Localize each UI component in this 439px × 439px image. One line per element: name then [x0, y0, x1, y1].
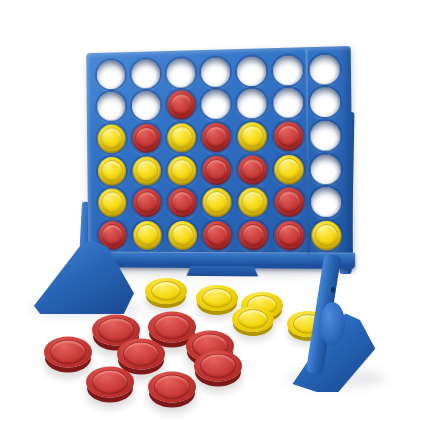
- yellow-disc: [98, 124, 126, 153]
- cell-c1-r5[interactable]: [95, 187, 130, 219]
- cell-c2-r6[interactable]: [130, 219, 165, 251]
- empty-hole: [132, 59, 160, 88]
- cell-c7-r6[interactable]: [308, 219, 345, 252]
- empty-hole: [311, 188, 341, 218]
- cell-c5-r2[interactable]: [234, 87, 270, 121]
- cell-c3-r1[interactable]: [163, 56, 198, 89]
- yellow-disc: [274, 155, 304, 185]
- empty-hole: [273, 55, 303, 85]
- cell-c6-r1[interactable]: [270, 53, 307, 87]
- empty-hole: [202, 90, 231, 120]
- cell-c4-r6[interactable]: [200, 219, 236, 252]
- red-disc: [239, 221, 268, 250]
- red-disc: [202, 156, 231, 185]
- yellow-disc: [238, 122, 267, 152]
- table-disc-yellow[interactable]: [232, 306, 274, 332]
- red-disc: [167, 91, 196, 120]
- cell-c3-r2[interactable]: [163, 89, 198, 122]
- cell-c6-r6[interactable]: [271, 219, 308, 252]
- cell-c5-r4[interactable]: [235, 153, 271, 186]
- empty-hole: [97, 60, 125, 89]
- cell-c6-r5[interactable]: [271, 186, 308, 219]
- cell-c1-r3[interactable]: [95, 123, 130, 156]
- cell-c5-r6[interactable]: [235, 219, 271, 252]
- empty-hole: [310, 121, 340, 151]
- right-stand-screw-hole: [331, 287, 335, 293]
- cell-c7-r2[interactable]: [306, 86, 343, 120]
- red-disc: [132, 124, 161, 153]
- cell-c4-r3[interactable]: [199, 121, 235, 154]
- yellow-disc: [238, 188, 267, 217]
- empty-hole: [310, 154, 340, 184]
- empty-hole: [97, 92, 125, 121]
- cell-c6-r3[interactable]: [270, 120, 307, 154]
- cell-c4-r2[interactable]: [198, 88, 234, 121]
- cell-c3-r6[interactable]: [165, 219, 200, 252]
- cell-c2-r3[interactable]: [129, 122, 164, 155]
- yellow-disc: [98, 189, 126, 218]
- cell-c1-r2[interactable]: [94, 90, 129, 123]
- cell-c5-r3[interactable]: [234, 120, 270, 153]
- table-disc-yellow[interactable]: [145, 278, 187, 304]
- red-disc: [202, 123, 231, 152]
- yellow-disc: [133, 221, 162, 250]
- board: [86, 46, 353, 269]
- cell-c2-r5[interactable]: [130, 187, 165, 220]
- cell-c2-r1[interactable]: [128, 57, 163, 90]
- cell-c2-r2[interactable]: [129, 90, 164, 123]
- cell-c4-r1[interactable]: [198, 55, 234, 89]
- yellow-disc: [167, 123, 196, 152]
- board-rail-tab: [186, 266, 258, 277]
- table-disc-red[interactable]: [148, 372, 196, 403]
- empty-hole: [237, 89, 266, 119]
- connect-four-scene: [0, 0, 439, 439]
- cell-c2-r4[interactable]: [129, 154, 164, 187]
- yellow-disc: [168, 221, 197, 250]
- empty-hole: [201, 57, 230, 87]
- cell-c5-r1[interactable]: [234, 54, 270, 88]
- cell-c7-r5[interactable]: [307, 186, 344, 219]
- red-disc: [275, 221, 305, 250]
- cell-c7-r4[interactable]: [307, 152, 344, 186]
- board-grid: [94, 52, 345, 252]
- yellow-disc: [203, 188, 232, 217]
- cell-c4-r4[interactable]: [199, 154, 235, 187]
- cell-c3-r4[interactable]: [164, 154, 199, 187]
- cell-c4-r5[interactable]: [199, 186, 235, 219]
- table-disc-red[interactable]: [194, 351, 242, 382]
- yellow-disc: [167, 156, 196, 185]
- table-disc-red[interactable]: [44, 337, 92, 368]
- red-disc: [133, 189, 162, 218]
- cell-c3-r5[interactable]: [164, 187, 199, 220]
- empty-hole: [310, 88, 340, 118]
- right-stand-hinge-knob: [320, 302, 345, 346]
- empty-hole: [309, 54, 339, 84]
- table-disc-red[interactable]: [86, 367, 134, 398]
- table-disc-red[interactable]: [117, 339, 165, 370]
- yellow-disc: [311, 221, 341, 251]
- cell-c1-r4[interactable]: [95, 155, 130, 187]
- cell-c6-r4[interactable]: [271, 153, 308, 186]
- red-disc: [274, 188, 304, 217]
- empty-hole: [132, 91, 160, 120]
- board-frame: [86, 46, 353, 269]
- cell-c1-r1[interactable]: [94, 58, 129, 91]
- empty-hole: [237, 56, 266, 86]
- cell-c7-r3[interactable]: [307, 119, 344, 153]
- empty-hole: [273, 88, 303, 118]
- red-disc: [274, 122, 304, 152]
- table-disc-yellow[interactable]: [196, 285, 238, 311]
- empty-hole: [166, 58, 195, 88]
- red-disc: [238, 155, 267, 184]
- yellow-disc: [133, 156, 162, 185]
- cell-c7-r1[interactable]: [306, 52, 343, 86]
- red-disc: [168, 189, 197, 218]
- cell-c3-r3[interactable]: [164, 121, 199, 154]
- cell-c6-r2[interactable]: [270, 86, 307, 120]
- yellow-disc: [98, 157, 126, 186]
- cell-c5-r5[interactable]: [235, 186, 271, 219]
- red-disc: [203, 221, 232, 250]
